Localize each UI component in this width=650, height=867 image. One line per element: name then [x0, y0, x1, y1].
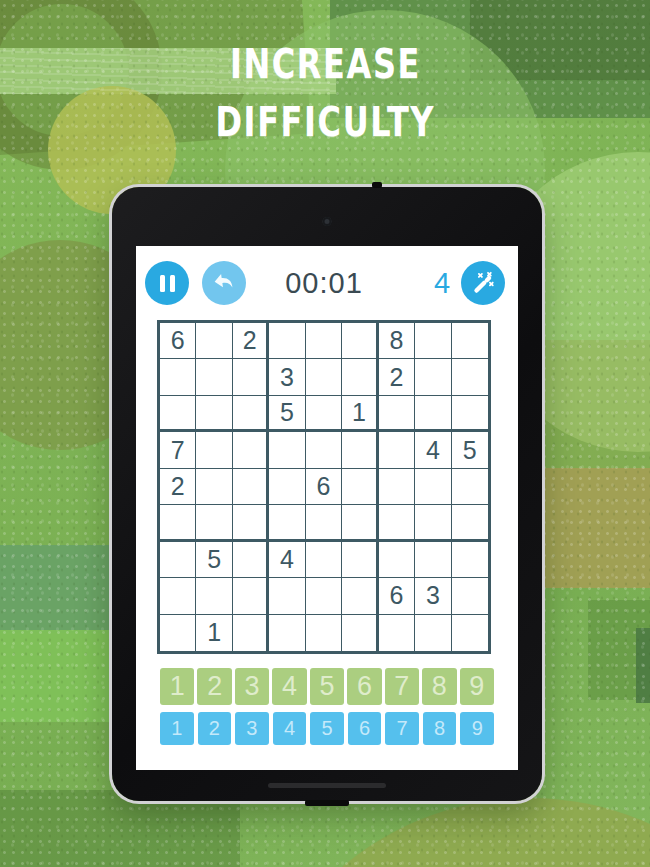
- green-pad-button-7[interactable]: 7: [385, 668, 419, 705]
- sudoku-cell-r2c2[interactable]: [196, 359, 232, 395]
- sudoku-cell-r3c4[interactable]: 5: [269, 396, 305, 432]
- bg-shape: [0, 790, 240, 867]
- sudoku-cell-r4c3[interactable]: [233, 432, 269, 468]
- blue-pad-button-6[interactable]: 6: [348, 712, 382, 745]
- sudoku-cell-r7c3[interactable]: [233, 542, 269, 578]
- front-camera-icon: [323, 217, 332, 226]
- sudoku-cell-r3c1[interactable]: [160, 396, 196, 432]
- tablet-device-frame: 00:01 4 62832517452654631: [112, 187, 542, 801]
- sudoku-cell-r5c2[interactable]: [196, 469, 232, 505]
- magic-wand-icon: [470, 270, 496, 296]
- sudoku-cell-r3c9[interactable]: [452, 396, 488, 432]
- sudoku-cell-r9c8[interactable]: [415, 615, 451, 651]
- sudoku-cell-r7c2[interactable]: 5: [196, 542, 232, 578]
- bg-shape: [636, 628, 650, 703]
- sudoku-cell-r8c4[interactable]: [269, 578, 305, 614]
- bg-shape: [240, 798, 650, 867]
- sudoku-cell-r9c4[interactable]: [269, 615, 305, 651]
- sudoku-cell-r5c6[interactable]: [342, 469, 378, 505]
- sudoku-cell-r4c4[interactable]: [269, 432, 305, 468]
- sudoku-cell-r8c6[interactable]: [342, 578, 378, 614]
- sudoku-cell-r3c7[interactable]: [379, 396, 415, 432]
- sudoku-cell-r7c1[interactable]: [160, 542, 196, 578]
- green-pad-button-4[interactable]: 4: [272, 668, 306, 705]
- green-pad-button-8[interactable]: 8: [422, 668, 456, 705]
- sudoku-cell-r1c6[interactable]: [342, 323, 378, 359]
- undo-arrow-icon: [209, 268, 238, 297]
- sudoku-cell-r5c8[interactable]: [415, 469, 451, 505]
- blue-pad-button-9[interactable]: 9: [460, 712, 494, 745]
- sudoku-cell-r4c8[interactable]: 4: [415, 432, 451, 468]
- pause-icon: [160, 275, 175, 292]
- sudoku-cell-r2c1[interactable]: [160, 359, 196, 395]
- sudoku-cell-r6c5[interactable]: [306, 505, 342, 541]
- green-pad-button-5[interactable]: 5: [310, 668, 344, 705]
- sudoku-cell-r1c9[interactable]: [452, 323, 488, 359]
- sudoku-cell-r8c9[interactable]: [452, 578, 488, 614]
- sudoku-cell-r4c2[interactable]: [196, 432, 232, 468]
- sudoku-cell-r9c2[interactable]: 1: [196, 615, 232, 651]
- sudoku-cell-r2c9[interactable]: [452, 359, 488, 395]
- green-pad-button-3[interactable]: 3: [235, 668, 269, 705]
- hint-wand-button[interactable]: [461, 261, 505, 305]
- undo-button[interactable]: [202, 261, 246, 305]
- sudoku-cell-r6c8[interactable]: [415, 505, 451, 541]
- sudoku-cell-r4c7[interactable]: [379, 432, 415, 468]
- headline-line-2: DIFFICULTY: [215, 100, 435, 144]
- sudoku-cell-r3c2[interactable]: [196, 396, 232, 432]
- hint-count: 4: [422, 267, 462, 300]
- sudoku-cell-r8c1[interactable]: [160, 578, 196, 614]
- sudoku-cell-r6c1[interactable]: [160, 505, 196, 541]
- sudoku-cell-r4c9[interactable]: 5: [452, 432, 488, 468]
- green-number-pad: 123456789: [160, 668, 494, 705]
- sudoku-app-screen: 00:01 4 62832517452654631: [136, 246, 518, 770]
- sudoku-cell-r1c8[interactable]: [415, 323, 451, 359]
- sudoku-cell-r7c8[interactable]: [415, 542, 451, 578]
- sudoku-cell-r9c3[interactable]: [233, 615, 269, 651]
- green-pad-button-9[interactable]: 9: [460, 668, 494, 705]
- sudoku-cell-r9c1[interactable]: [160, 615, 196, 651]
- sudoku-cell-r9c5[interactable]: [306, 615, 342, 651]
- screenshot-stage: INCREASE DIFFICULTY 00:01 4: [0, 0, 650, 867]
- sudoku-cell-r9c9[interactable]: [452, 615, 488, 651]
- sudoku-cell-r2c5[interactable]: [306, 359, 342, 395]
- sudoku-cell-r4c6[interactable]: [342, 432, 378, 468]
- sudoku-cell-r1c3[interactable]: 2: [233, 323, 269, 359]
- sudoku-cell-r2c6[interactable]: [342, 359, 378, 395]
- sudoku-cell-r8c5[interactable]: [306, 578, 342, 614]
- sudoku-cell-r5c1[interactable]: 2: [160, 469, 196, 505]
- sudoku-cell-r6c3[interactable]: [233, 505, 269, 541]
- home-indicator-bar: [268, 783, 386, 788]
- sudoku-cell-r1c1[interactable]: 6: [160, 323, 196, 359]
- green-pad-button-2[interactable]: 2: [197, 668, 231, 705]
- sudoku-cell-r7c6[interactable]: [342, 542, 378, 578]
- sudoku-cell-r3c8[interactable]: [415, 396, 451, 432]
- sudoku-cell-r3c5[interactable]: [306, 396, 342, 432]
- headline-line-1: INCREASE: [229, 42, 420, 86]
- sudoku-cell-r5c4[interactable]: [269, 469, 305, 505]
- sudoku-cell-r6c2[interactable]: [196, 505, 232, 541]
- sudoku-cell-r5c3[interactable]: [233, 469, 269, 505]
- sudoku-cell-r3c3[interactable]: [233, 396, 269, 432]
- power-button: [372, 182, 382, 188]
- sudoku-cell-r8c2[interactable]: [196, 578, 232, 614]
- sudoku-cell-r5c5[interactable]: 6: [306, 469, 342, 505]
- headline: INCREASE DIFFICULTY: [0, 42, 650, 144]
- sudoku-cell-r2c3[interactable]: [233, 359, 269, 395]
- sudoku-cell-r6c7[interactable]: [379, 505, 415, 541]
- sudoku-cell-r7c7[interactable]: [379, 542, 415, 578]
- blue-pad-button-1[interactable]: 1: [160, 712, 194, 745]
- sudoku-cell-r4c5[interactable]: [306, 432, 342, 468]
- sudoku-cell-r7c9[interactable]: [452, 542, 488, 578]
- sudoku-cell-r4c1[interactable]: 7: [160, 432, 196, 468]
- blue-pad-button-8[interactable]: 8: [423, 712, 457, 745]
- sudoku-cell-r8c3[interactable]: [233, 578, 269, 614]
- sudoku-cell-r6c4[interactable]: [269, 505, 305, 541]
- sudoku-cell-r2c7[interactable]: 2: [379, 359, 415, 395]
- blue-pad-button-5[interactable]: 5: [310, 712, 344, 745]
- sudoku-cell-r5c7[interactable]: [379, 469, 415, 505]
- blue-pad-button-7[interactable]: 7: [385, 712, 419, 745]
- blue-pad-button-2[interactable]: 2: [198, 712, 232, 745]
- bg-shape: [543, 468, 650, 588]
- sudoku-cell-r1c7[interactable]: 8: [379, 323, 415, 359]
- sudoku-grid: 62832517452654631: [157, 320, 491, 654]
- blue-pad-button-3[interactable]: 3: [235, 712, 269, 745]
- blue-pad-button-4[interactable]: 4: [273, 712, 307, 745]
- sudoku-cell-r7c4[interactable]: 4: [269, 542, 305, 578]
- sudoku-cell-r1c2[interactable]: [196, 323, 232, 359]
- timer-display: 00:01: [274, 267, 374, 300]
- sudoku-cell-r9c6[interactable]: [342, 615, 378, 651]
- green-pad-button-6[interactable]: 6: [347, 668, 381, 705]
- sudoku-cell-r1c5[interactable]: [306, 323, 342, 359]
- sudoku-cell-r6c6[interactable]: [342, 505, 378, 541]
- sudoku-cell-r8c7[interactable]: 6: [379, 578, 415, 614]
- pause-button[interactable]: [145, 261, 189, 305]
- sudoku-cell-r8c8[interactable]: 3: [415, 578, 451, 614]
- sudoku-cell-r2c8[interactable]: [415, 359, 451, 395]
- blue-number-pad: 123456789: [160, 712, 494, 745]
- sudoku-cell-r5c9[interactable]: [452, 469, 488, 505]
- charging-port: [305, 800, 349, 806]
- green-pad-button-1[interactable]: 1: [160, 668, 194, 705]
- sudoku-cell-r3c6[interactable]: 1: [342, 396, 378, 432]
- sudoku-cell-r7c5[interactable]: [306, 542, 342, 578]
- sudoku-cell-r2c4[interactable]: 3: [269, 359, 305, 395]
- sudoku-cell-r9c7[interactable]: [379, 615, 415, 651]
- sudoku-cell-r6c9[interactable]: [452, 505, 488, 541]
- sudoku-cell-r1c4[interactable]: [269, 323, 305, 359]
